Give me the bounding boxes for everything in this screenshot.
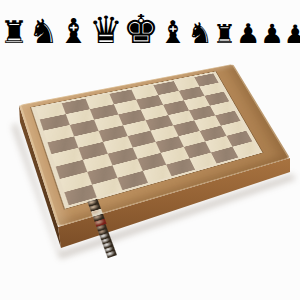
chess-computer-photo: ♜♞♝♛♚♝♞♜♟♟♟♟♟♟♟♟♟♟♟♟♟♟♟♟♜♞♝♛♚♝♞♜ [0,0,300,300]
